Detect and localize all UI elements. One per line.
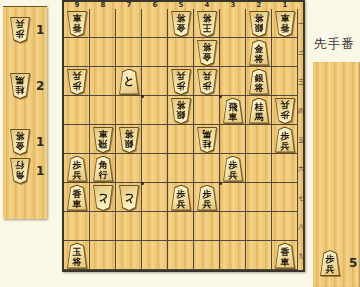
piece-kanji: 王将 xyxy=(196,11,218,37)
board-square-6七[interactable] xyxy=(142,183,167,211)
file-label: 7 xyxy=(116,2,142,9)
file-label: 5 xyxy=(168,2,194,9)
piece-kanji: 桂馬 xyxy=(196,127,218,153)
piece-kanji: 銀将 xyxy=(170,98,192,124)
board-square-4八[interactable] xyxy=(194,212,219,240)
rank-labels: 一二三四五六七八九 xyxy=(298,9,304,270)
hand-count: 1 xyxy=(36,23,44,37)
board-square-2七[interactable] xyxy=(246,183,271,211)
piece-gote-silver[interactable]: 銀将 xyxy=(118,127,140,153)
piece-kanji: 角行 xyxy=(92,156,114,182)
piece-kanji: 歩兵 xyxy=(196,185,218,211)
piece-kanji: 銀将 xyxy=(118,127,140,153)
hoshi-dot xyxy=(141,95,144,98)
file-label: 3 xyxy=(220,2,246,9)
piece-gote-silver[interactable]: 銀将 xyxy=(248,11,270,37)
board-square-8二[interactable] xyxy=(90,38,115,66)
piece-sente-bishop[interactable]: 角行 xyxy=(92,156,114,182)
piece-sente-gold[interactable]: 金将 xyxy=(248,40,270,66)
piece-kanji: 玉将 xyxy=(66,243,88,269)
piece-kanji: 銀将 xyxy=(248,11,270,37)
board-square-3八[interactable] xyxy=(220,212,245,240)
hand-count: 1 xyxy=(36,135,44,149)
piece-kanji: 金将 xyxy=(9,129,31,155)
gote-captured-tray: 歩兵1桂馬2金将1角行1 xyxy=(3,6,47,219)
board-square-5二[interactable] xyxy=(168,38,193,66)
piece-kanji: 銀将 xyxy=(248,69,270,95)
board-square-8九[interactable] xyxy=(90,241,115,269)
board-square-2五[interactable] xyxy=(246,125,271,153)
rank-label: 九 xyxy=(298,241,304,270)
hand-count: 5 xyxy=(349,256,357,270)
piece-kanji: と xyxy=(118,69,140,95)
piece-gote-tokin[interactable]: と xyxy=(118,185,140,211)
piece-gote-pawn[interactable]: 歩兵 xyxy=(196,69,218,95)
piece-gote-tokin[interactable]: と xyxy=(92,185,114,211)
hand-count: 2 xyxy=(36,79,44,93)
board-square-8四[interactable] xyxy=(90,96,115,124)
piece-kanji: 香車 xyxy=(66,11,88,37)
board-square-6六[interactable] xyxy=(142,154,167,182)
rank-label: 七 xyxy=(298,183,304,212)
piece-sente-pawn[interactable]: 歩兵 xyxy=(222,156,244,182)
piece-gote-pawn[interactable]: 歩兵 xyxy=(66,69,88,95)
piece-kanji: と xyxy=(118,185,140,211)
piece-gote-gold[interactable]: 金将 xyxy=(196,40,218,66)
board-square-6二[interactable] xyxy=(142,38,167,66)
board-square-1六[interactable] xyxy=(272,154,297,182)
board-square-6四[interactable] xyxy=(142,96,167,124)
board-square-2九[interactable] xyxy=(246,241,271,269)
rank-label: 八 xyxy=(298,212,304,241)
file-label: 6 xyxy=(142,2,168,9)
piece-gote-silver[interactable]: 銀将 xyxy=(170,98,192,124)
board-square-3三[interactable] xyxy=(220,67,245,95)
piece-kanji: 歩兵 xyxy=(274,98,296,124)
board-square-6八[interactable] xyxy=(142,212,167,240)
piece-kanji: 飛車 xyxy=(222,98,244,124)
board-square-3七[interactable] xyxy=(220,183,245,211)
hand-count: 1 xyxy=(36,164,44,178)
rank-label: 六 xyxy=(298,154,304,183)
piece-sente-silver[interactable]: 銀将 xyxy=(248,69,270,95)
piece-gote-pawn[interactable]: 歩兵 xyxy=(274,98,296,124)
piece-kanji: 歩兵 xyxy=(222,156,244,182)
turn-indicator: 先手番 xyxy=(314,36,360,53)
board-square-6一[interactable] xyxy=(142,9,167,37)
board-square-6三[interactable] xyxy=(142,67,167,95)
piece-sente-pawn[interactable]: 歩兵 xyxy=(274,127,296,153)
board-square-3一[interactable] xyxy=(220,9,245,37)
piece-kanji: 金将 xyxy=(170,11,192,37)
piece-gote-rook[interactable]: 飛車 xyxy=(92,127,114,153)
piece-sente-tokin[interactable]: と xyxy=(118,69,140,95)
piece-gote-gold[interactable]: 金将 xyxy=(170,11,192,37)
piece-sente-pawn[interactable]: 歩兵 xyxy=(196,185,218,211)
piece-gote-pawn[interactable]: 歩兵 xyxy=(170,69,192,95)
board-square-8三[interactable] xyxy=(90,67,115,95)
file-label: 2 xyxy=(246,2,272,9)
piece-kanji: 歩兵 xyxy=(9,17,31,43)
sente-captured-tray: 歩兵5 xyxy=(313,62,360,287)
piece-kanji: 歩兵 xyxy=(170,185,192,211)
piece-gote-knight[interactable]: 桂馬 xyxy=(196,127,218,153)
piece-kanji: 香車 xyxy=(274,243,296,269)
piece-gote-lance[interactable]: 香車 xyxy=(274,11,296,37)
rank-label: 五 xyxy=(298,125,304,154)
file-label: 8 xyxy=(90,2,116,9)
board-square-1八[interactable] xyxy=(272,212,297,240)
board-square-5六[interactable] xyxy=(168,154,193,182)
piece-kanji: と xyxy=(92,185,114,211)
piece-kanji: 飛車 xyxy=(92,127,114,153)
piece-sente-lance[interactable]: 香車 xyxy=(274,243,296,269)
board-square-4四[interactable] xyxy=(194,96,219,124)
piece-kanji: 歩兵 xyxy=(274,127,296,153)
piece-sente-pawn[interactable]: 歩兵 xyxy=(170,185,192,211)
piece-gote-lance[interactable]: 香車 xyxy=(66,11,88,37)
board-square-7四[interactable] xyxy=(116,96,141,124)
piece-kanji: 桂馬 xyxy=(248,98,270,124)
piece-gote-king[interactable]: 王将 xyxy=(196,11,218,37)
hoshi-dot xyxy=(141,182,144,185)
piece-gote-bishop[interactable]: 角行 xyxy=(9,158,31,184)
file-label: 9 xyxy=(64,2,90,9)
piece-sente-pawn[interactable]: 歩兵 xyxy=(66,156,88,182)
board-square-6五[interactable] xyxy=(142,125,167,153)
rank-label: 一 xyxy=(298,9,304,38)
piece-kanji: 歩兵 xyxy=(66,156,88,182)
board-square-2六[interactable] xyxy=(246,154,271,182)
piece-gote-pawn[interactable]: 歩兵 xyxy=(9,17,31,43)
board-square-7八[interactable] xyxy=(116,212,141,240)
board-square-5九[interactable] xyxy=(168,241,193,269)
piece-kanji: 歩兵 xyxy=(196,69,218,95)
piece-sente-pawn[interactable]: 歩兵 xyxy=(319,250,341,276)
board-square-7一[interactable] xyxy=(116,9,141,37)
board-square-6九[interactable] xyxy=(142,241,167,269)
piece-kanji: 歩兵 xyxy=(170,69,192,95)
board-square-1二[interactable] xyxy=(272,38,297,66)
board-square-9二[interactable] xyxy=(64,38,89,66)
piece-kanji: 歩兵 xyxy=(66,69,88,95)
board-square-9四[interactable] xyxy=(64,96,89,124)
board-square-8一[interactable] xyxy=(90,9,115,37)
board-square-7二[interactable] xyxy=(116,38,141,66)
board-square-7九[interactable] xyxy=(116,241,141,269)
piece-kanji: 香車 xyxy=(274,11,296,37)
file-label: 4 xyxy=(194,2,220,9)
piece-sente-rook[interactable]: 飛車 xyxy=(222,98,244,124)
board-square-4九[interactable] xyxy=(194,241,219,269)
board-square-7六[interactable] xyxy=(116,154,141,182)
board-square-2八[interactable] xyxy=(246,212,271,240)
board-square-3九[interactable] xyxy=(220,241,245,269)
board-grid: 香車金将王将銀将香車金将金将歩兵と歩兵歩兵銀将銀将飛車桂馬歩兵飛車銀将桂馬歩兵歩… xyxy=(64,9,298,270)
board-square-3五[interactable] xyxy=(220,125,245,153)
piece-sente-king[interactable]: 玉将 xyxy=(66,243,88,269)
piece-kanji: 角行 xyxy=(9,158,31,184)
file-label: 1 xyxy=(272,2,298,9)
piece-gote-knight[interactable]: 桂馬 xyxy=(9,73,31,99)
piece-kanji: 金将 xyxy=(196,40,218,66)
piece-kanji: 金将 xyxy=(248,40,270,66)
board-square-5五[interactable] xyxy=(168,125,193,153)
board-square-9五[interactable] xyxy=(64,125,89,153)
piece-kanji: 歩兵 xyxy=(319,250,341,276)
board-square-9八[interactable] xyxy=(64,212,89,240)
hoshi-dot xyxy=(219,182,222,185)
shogi-board: 987654321 一二三四五六七八九 香車金将王将銀将香車金将金将歩兵と歩兵歩… xyxy=(62,0,305,272)
board-square-4六[interactable] xyxy=(194,154,219,182)
file-labels: 987654321 xyxy=(64,2,298,9)
rank-label: 三 xyxy=(298,67,304,96)
piece-sente-knight[interactable]: 桂馬 xyxy=(248,98,270,124)
board-square-3二[interactable] xyxy=(220,38,245,66)
board-square-1三[interactable] xyxy=(272,67,297,95)
piece-sente-lance[interactable]: 香車 xyxy=(66,185,88,211)
rank-label: 二 xyxy=(298,38,304,67)
piece-gote-gold[interactable]: 金将 xyxy=(9,129,31,155)
piece-kanji: 桂馬 xyxy=(9,73,31,99)
board-square-8八[interactable] xyxy=(90,212,115,240)
board-square-1七[interactable] xyxy=(272,183,297,211)
rank-label: 四 xyxy=(298,96,304,125)
piece-kanji: 香車 xyxy=(66,185,88,211)
board-square-5八[interactable] xyxy=(168,212,193,240)
